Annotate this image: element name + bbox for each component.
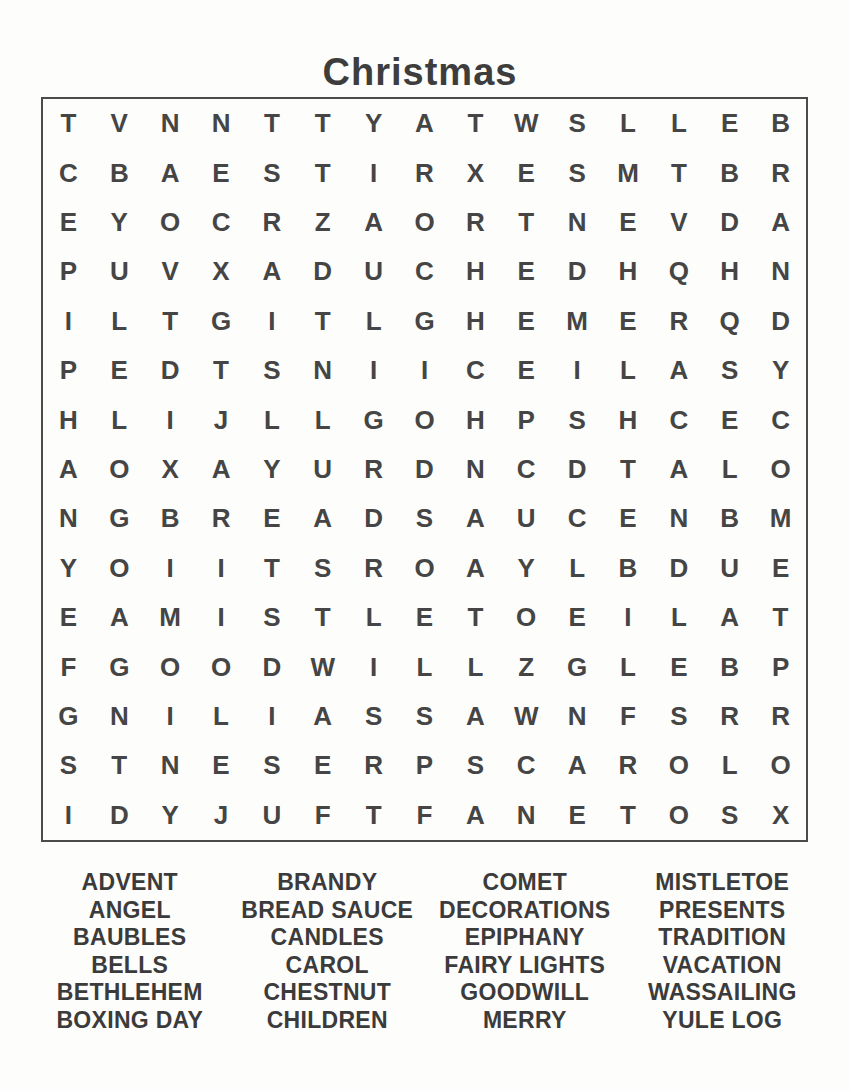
grid-cell[interactable]: C: [399, 247, 450, 296]
grid-cell[interactable]: Q: [653, 247, 704, 296]
grid-cell[interactable]: E: [704, 99, 755, 148]
grid-cell[interactable]: Y: [348, 99, 399, 148]
puzzle-title: Christmas: [0, 51, 840, 94]
word-list-item: FAIRY LIGHTS: [430, 952, 620, 980]
grid-cell[interactable]: P: [43, 346, 94, 395]
grid-cell[interactable]: S: [653, 692, 704, 741]
grid-cell[interactable]: E: [399, 593, 450, 642]
grid-cell[interactable]: T: [450, 593, 501, 642]
grid-cell[interactable]: V: [653, 198, 704, 247]
grid-cell[interactable]: B: [603, 544, 654, 593]
grid-cell[interactable]: X: [196, 247, 247, 296]
grid-cell[interactable]: E: [501, 148, 552, 197]
grid-cell[interactable]: I: [196, 593, 247, 642]
grid-cell[interactable]: O: [501, 593, 552, 642]
grid-cell[interactable]: E: [501, 346, 552, 395]
grid-cell[interactable]: P: [43, 247, 94, 296]
grid-cell[interactable]: E: [501, 247, 552, 296]
grid-cell[interactable]: O: [94, 544, 145, 593]
grid-cell[interactable]: D: [297, 247, 348, 296]
grid-cell[interactable]: Z: [297, 198, 348, 247]
grid-cell[interactable]: S: [552, 395, 603, 444]
grid-cell[interactable]: V: [94, 99, 145, 148]
word-list-item: CHILDREN: [233, 1007, 423, 1035]
word-search-grid: TVNNTTYATWSLLEBCBAESTIRXESMTBREYOCRZAORT…: [41, 97, 808, 842]
grid-cell[interactable]: E: [755, 544, 806, 593]
grid-cell[interactable]: A: [450, 494, 501, 543]
grid-cell[interactable]: N: [552, 198, 603, 247]
grid-cell[interactable]: D: [246, 642, 297, 691]
grid-cell[interactable]: D: [704, 198, 755, 247]
grid-cell[interactable]: I: [348, 642, 399, 691]
grid-cell[interactable]: S: [246, 593, 297, 642]
grid-cell[interactable]: E: [704, 395, 755, 444]
grid-cell[interactable]: C: [43, 148, 94, 197]
grid-cell[interactable]: T: [246, 99, 297, 148]
grid-cell[interactable]: N: [552, 692, 603, 741]
grid-cell[interactable]: L: [399, 642, 450, 691]
grid-cell[interactable]: L: [196, 692, 247, 741]
word-list-item: BREAD SAUCE: [233, 897, 423, 925]
grid-cell[interactable]: R: [348, 544, 399, 593]
grid-cell[interactable]: A: [450, 692, 501, 741]
grid-cell[interactable]: G: [348, 395, 399, 444]
grid-cell[interactable]: B: [145, 494, 196, 543]
grid-cell[interactable]: H: [704, 247, 755, 296]
grid-cell[interactable]: E: [603, 198, 654, 247]
grid-cell[interactable]: T: [297, 297, 348, 346]
grid-cell[interactable]: I: [348, 346, 399, 395]
word-list-column-2: BRANDYBREAD SAUCECANDLESCAROLCHESTNUTCHI…: [233, 869, 423, 1034]
grid-cell[interactable]: T: [653, 148, 704, 197]
grid-cell[interactable]: L: [348, 593, 399, 642]
grid-cell[interactable]: I: [399, 346, 450, 395]
grid-cell[interactable]: T: [94, 741, 145, 790]
grid-cell[interactable]: S: [399, 692, 450, 741]
word-list-item: MISTLETOE: [628, 869, 818, 897]
grid-cell[interactable]: C: [653, 395, 704, 444]
word-list-item: TRADITION: [628, 924, 818, 952]
grid-cell[interactable]: A: [43, 445, 94, 494]
grid-cell[interactable]: I: [246, 692, 297, 741]
grid-cell[interactable]: J: [196, 395, 247, 444]
grid-cell[interactable]: I: [43, 791, 94, 840]
grid-cell[interactable]: S: [552, 148, 603, 197]
grid-cell[interactable]: L: [94, 395, 145, 444]
grid-cell[interactable]: U: [94, 247, 145, 296]
grid-cell[interactable]: I: [196, 544, 247, 593]
word-list-item: EPIPHANY: [430, 924, 620, 952]
grid-cell[interactable]: P: [755, 642, 806, 691]
word-list-item: CHESTNUT: [233, 979, 423, 1007]
grid-cell[interactable]: N: [196, 99, 247, 148]
grid-cell[interactable]: A: [94, 593, 145, 642]
grid-cell[interactable]: N: [653, 494, 704, 543]
grid-cell[interactable]: C: [450, 346, 501, 395]
grid-cell[interactable]: A: [653, 445, 704, 494]
grid-cell[interactable]: N: [145, 99, 196, 148]
grid-cell[interactable]: O: [145, 198, 196, 247]
grid-cell[interactable]: S: [704, 791, 755, 840]
grid-cell[interactable]: E: [196, 741, 247, 790]
grid-cell[interactable]: W: [501, 692, 552, 741]
grid-cell[interactable]: I: [348, 148, 399, 197]
word-list-item: ANGEL: [35, 897, 225, 925]
grid-cell[interactable]: I: [145, 692, 196, 741]
grid-cell[interactable]: S: [297, 544, 348, 593]
grid-cell[interactable]: O: [399, 198, 450, 247]
grid-cell[interactable]: T: [348, 791, 399, 840]
word-list-item: GOODWILL: [430, 979, 620, 1007]
grid-cell[interactable]: F: [43, 642, 94, 691]
grid-cell[interactable]: E: [43, 593, 94, 642]
grid-cell[interactable]: V: [145, 247, 196, 296]
grid-cell[interactable]: N: [43, 494, 94, 543]
grid-cell[interactable]: H: [603, 247, 654, 296]
grid-cell[interactable]: T: [603, 445, 654, 494]
grid-cell[interactable]: O: [145, 642, 196, 691]
grid-cell[interactable]: N: [501, 791, 552, 840]
grid-cell[interactable]: T: [603, 791, 654, 840]
grid-cell[interactable]: R: [348, 445, 399, 494]
grid-cell[interactable]: C: [552, 494, 603, 543]
grid-cell[interactable]: S: [450, 741, 501, 790]
grid-cell[interactable]: D: [552, 247, 603, 296]
grid-cell[interactable]: I: [552, 346, 603, 395]
grid-cell[interactable]: M: [603, 148, 654, 197]
grid-cell[interactable]: E: [196, 148, 247, 197]
grid-cell[interactable]: A: [246, 247, 297, 296]
grid-cell[interactable]: G: [399, 297, 450, 346]
grid-cell[interactable]: D: [145, 346, 196, 395]
grid-cell[interactable]: T: [297, 99, 348, 148]
grid-cell[interactable]: C: [196, 198, 247, 247]
grid-cell[interactable]: O: [196, 642, 247, 691]
word-list-column-1: ADVENTANGELBAUBLESBELLSBETHLEHEMBOXING D…: [35, 869, 225, 1034]
word-list-item: BRANDY: [233, 869, 423, 897]
word-list-item: BOXING DAY: [35, 1007, 225, 1035]
grid-cell[interactable]: T: [43, 99, 94, 148]
grid-cell[interactable]: G: [552, 642, 603, 691]
grid-cell[interactable]: O: [653, 791, 704, 840]
word-list-item: YULE LOG: [628, 1007, 818, 1035]
grid-cell[interactable]: U: [246, 791, 297, 840]
grid-cell[interactable]: D: [94, 791, 145, 840]
grid-cell[interactable]: O: [755, 445, 806, 494]
grid-cell[interactable]: B: [704, 642, 755, 691]
grid-cell[interactable]: T: [501, 198, 552, 247]
grid-cell[interactable]: D: [399, 445, 450, 494]
grid-cell[interactable]: B: [704, 494, 755, 543]
word-list-item: CAROL: [233, 952, 423, 980]
grid-cell[interactable]: Y: [145, 791, 196, 840]
grid-cell[interactable]: Y: [501, 544, 552, 593]
grid-cell[interactable]: L: [348, 297, 399, 346]
grid-cell[interactable]: T: [297, 148, 348, 197]
word-list-item: MERRY: [430, 1007, 620, 1035]
grid-cell[interactable]: Y: [246, 445, 297, 494]
grid-cell[interactable]: M: [145, 593, 196, 642]
grid-cell[interactable]: H: [450, 395, 501, 444]
grid-cell[interactable]: C: [501, 741, 552, 790]
word-list-column-4: MISTLETOEPRESENTSTRADITIONVACATIONWASSAI…: [628, 869, 818, 1034]
grid-cell[interactable]: A: [755, 198, 806, 247]
grid-cell[interactable]: E: [43, 198, 94, 247]
grid-cell[interactable]: L: [246, 395, 297, 444]
grid-cell[interactable]: R: [450, 198, 501, 247]
grid-cell[interactable]: R: [348, 741, 399, 790]
grid-cell[interactable]: A: [297, 692, 348, 741]
grid-cell[interactable]: T: [297, 593, 348, 642]
grid-cell[interactable]: L: [704, 741, 755, 790]
grid-cell[interactable]: N: [450, 445, 501, 494]
grid-cell[interactable]: F: [297, 791, 348, 840]
grid-cell[interactable]: L: [653, 99, 704, 148]
grid-cell[interactable]: B: [755, 99, 806, 148]
grid-cell[interactable]: Y: [43, 544, 94, 593]
grid-cell[interactable]: A: [450, 791, 501, 840]
grid-cell[interactable]: B: [704, 148, 755, 197]
grid-cell[interactable]: G: [94, 494, 145, 543]
word-list-item: DECORATIONS: [430, 897, 620, 925]
grid-cell[interactable]: A: [348, 198, 399, 247]
grid-cell[interactable]: E: [94, 346, 145, 395]
grid-cell[interactable]: R: [603, 741, 654, 790]
word-list-item: BELLS: [35, 952, 225, 980]
grid-cell[interactable]: E: [297, 741, 348, 790]
grid-cell[interactable]: U: [501, 494, 552, 543]
grid-cell[interactable]: E: [603, 494, 654, 543]
grid-cell[interactable]: L: [450, 642, 501, 691]
grid-cell[interactable]: L: [94, 297, 145, 346]
grid-cell[interactable]: I: [43, 297, 94, 346]
grid-cell[interactable]: H: [450, 247, 501, 296]
grid-cell[interactable]: D: [348, 494, 399, 543]
grid-cell[interactable]: S: [704, 346, 755, 395]
grid-cell[interactable]: S: [246, 741, 297, 790]
grid-cell[interactable]: S: [43, 741, 94, 790]
grid-cell[interactable]: R: [653, 297, 704, 346]
grid-cell[interactable]: R: [196, 494, 247, 543]
word-list-item: BAUBLES: [35, 924, 225, 952]
grid-cell[interactable]: U: [704, 544, 755, 593]
grid-cell[interactable]: M: [552, 297, 603, 346]
grid-cell[interactable]: Y: [755, 346, 806, 395]
grid-cell[interactable]: A: [297, 494, 348, 543]
grid-cell[interactable]: O: [94, 445, 145, 494]
grid-cell[interactable]: H: [603, 395, 654, 444]
grid-cell[interactable]: O: [399, 395, 450, 444]
grid-cell[interactable]: W: [501, 99, 552, 148]
word-list-item: ADVENT: [35, 869, 225, 897]
word-list-item: CANDLES: [233, 924, 423, 952]
grid-cell[interactable]: O: [755, 741, 806, 790]
grid-cell[interactable]: C: [755, 395, 806, 444]
word-list-item: PRESENTS: [628, 897, 818, 925]
grid-cell[interactable]: L: [603, 99, 654, 148]
grid-cell[interactable]: A: [704, 593, 755, 642]
grid-cell[interactable]: I: [145, 544, 196, 593]
grid-cell[interactable]: N: [755, 247, 806, 296]
grid-cell[interactable]: H: [450, 297, 501, 346]
grid-cell[interactable]: Q: [704, 297, 755, 346]
grid-cell[interactable]: B: [94, 148, 145, 197]
grid-cell[interactable]: G: [43, 692, 94, 741]
grid-cell[interactable]: C: [501, 445, 552, 494]
grid-cell[interactable]: E: [552, 593, 603, 642]
grid-cell[interactable]: Y: [94, 198, 145, 247]
grid-cell[interactable]: E: [603, 297, 654, 346]
grid-cell[interactable]: D: [653, 544, 704, 593]
word-list-item: WASSAILING: [628, 979, 818, 1007]
grid-cell[interactable]: O: [653, 741, 704, 790]
grid-cell[interactable]: O: [399, 544, 450, 593]
grid-cell[interactable]: U: [297, 445, 348, 494]
grid-cell[interactable]: A: [399, 99, 450, 148]
grid-cell[interactable]: I: [603, 593, 654, 642]
grid-cell[interactable]: I: [145, 395, 196, 444]
grid-cell[interactable]: L: [297, 395, 348, 444]
grid-cell[interactable]: S: [399, 494, 450, 543]
grid-cell[interactable]: E: [246, 494, 297, 543]
grid-cell[interactable]: X: [755, 791, 806, 840]
grid-cell[interactable]: N: [94, 692, 145, 741]
grid-cell[interactable]: T: [755, 593, 806, 642]
grid-cell[interactable]: J: [196, 791, 247, 840]
grid-cell[interactable]: S: [246, 148, 297, 197]
grid-cell[interactable]: L: [603, 642, 654, 691]
grid-cell[interactable]: G: [94, 642, 145, 691]
grid-cell[interactable]: R: [399, 148, 450, 197]
grid-cell[interactable]: W: [297, 642, 348, 691]
grid-cell[interactable]: Z: [501, 642, 552, 691]
grid-cell[interactable]: T: [246, 544, 297, 593]
grid-cell[interactable]: L: [552, 544, 603, 593]
grid-cell[interactable]: T: [145, 297, 196, 346]
grid-cell[interactable]: T: [196, 346, 247, 395]
grid-cell[interactable]: X: [450, 148, 501, 197]
grid-cell[interactable]: D: [552, 445, 603, 494]
grid-cell[interactable]: P: [399, 741, 450, 790]
grid-cell[interactable]: R: [704, 692, 755, 741]
word-list: ADVENTANGELBAUBLESBELLSBETHLEHEMBOXING D…: [35, 869, 817, 1034]
grid-cell[interactable]: N: [145, 741, 196, 790]
grid-cell[interactable]: L: [653, 593, 704, 642]
word-list-item: COMET: [430, 869, 620, 897]
word-list-item: VACATION: [628, 952, 818, 980]
grid-cell[interactable]: F: [603, 692, 654, 741]
grid-cell[interactable]: A: [196, 445, 247, 494]
grid-cell[interactable]: H: [43, 395, 94, 444]
grid-cell[interactable]: S: [246, 346, 297, 395]
grid-cell[interactable]: I: [246, 297, 297, 346]
grid-cell[interactable]: A: [552, 741, 603, 790]
grid-cell[interactable]: X: [145, 445, 196, 494]
grid-cell[interactable]: R: [755, 692, 806, 741]
grid-cell[interactable]: U: [348, 247, 399, 296]
grid-cell[interactable]: G: [196, 297, 247, 346]
grid-cell[interactable]: A: [145, 148, 196, 197]
grid-cell[interactable]: P: [501, 395, 552, 444]
grid-cell[interactable]: L: [704, 445, 755, 494]
grid-cell[interactable]: L: [603, 346, 654, 395]
grid-cell[interactable]: T: [450, 99, 501, 148]
grid-cell[interactable]: A: [450, 544, 501, 593]
grid-cell[interactable]: R: [246, 198, 297, 247]
grid-cell[interactable]: N: [297, 346, 348, 395]
grid-cell[interactable]: S: [552, 99, 603, 148]
grid-cell[interactable]: M: [755, 494, 806, 543]
grid-cell[interactable]: F: [399, 791, 450, 840]
grid-cell[interactable]: E: [501, 297, 552, 346]
grid-cell[interactable]: S: [348, 692, 399, 741]
word-list-item: BETHLEHEM: [35, 979, 225, 1007]
grid-cell[interactable]: D: [755, 297, 806, 346]
grid-cell[interactable]: E: [552, 791, 603, 840]
grid-cell[interactable]: A: [653, 346, 704, 395]
grid-cell[interactable]: E: [653, 642, 704, 691]
grid-cell[interactable]: R: [755, 148, 806, 197]
word-list-column-3: COMETDECORATIONSEPIPHANYFAIRY LIGHTSGOOD…: [430, 869, 620, 1034]
